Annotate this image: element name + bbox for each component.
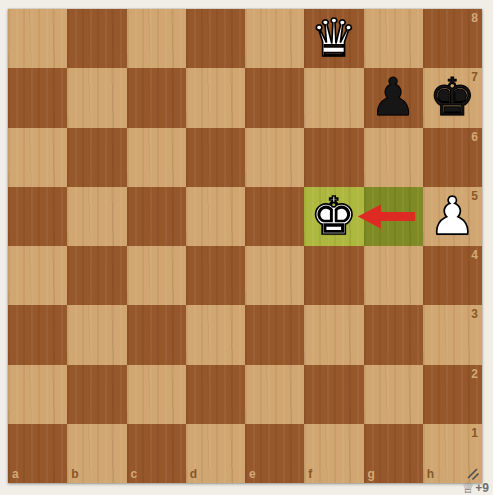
square-e1[interactable]: e xyxy=(245,424,304,483)
square-c5[interactable] xyxy=(127,187,186,246)
captured-queen-icon: ♕ xyxy=(462,481,475,495)
black-pawn-piece[interactable]: ♟ xyxy=(370,68,417,127)
board-resize-handle-icon[interactable] xyxy=(466,467,480,481)
square-c7[interactable] xyxy=(127,68,186,127)
square-f6[interactable] xyxy=(304,128,363,187)
rank-label-8: 8 xyxy=(471,11,478,25)
square-d3[interactable] xyxy=(186,305,245,364)
square-g3[interactable] xyxy=(364,305,423,364)
square-d8[interactable] xyxy=(186,9,245,68)
square-d4[interactable] xyxy=(186,246,245,305)
file-label-b: b xyxy=(71,467,78,481)
square-a3[interactable] xyxy=(8,305,67,364)
square-h7[interactable]: ♚7 xyxy=(423,68,482,127)
rank-label-6: 6 xyxy=(471,130,478,144)
square-c3[interactable] xyxy=(127,305,186,364)
file-label-d: d xyxy=(190,467,197,481)
square-c2[interactable] xyxy=(127,365,186,424)
file-label-g: g xyxy=(368,467,375,481)
square-f2[interactable] xyxy=(304,365,363,424)
square-c4[interactable] xyxy=(127,246,186,305)
square-f5[interactable]: ♚ xyxy=(304,187,363,246)
file-label-e: e xyxy=(249,467,256,481)
square-d6[interactable] xyxy=(186,128,245,187)
rank-label-2: 2 xyxy=(471,367,478,381)
square-d1[interactable]: d xyxy=(186,424,245,483)
square-e6[interactable] xyxy=(245,128,304,187)
square-e8[interactable] xyxy=(245,9,304,68)
square-b1[interactable]: b xyxy=(67,424,126,483)
square-h8[interactable]: 8 xyxy=(423,9,482,68)
square-c8[interactable] xyxy=(127,9,186,68)
square-h1[interactable]: h1 xyxy=(423,424,482,483)
square-e2[interactable] xyxy=(245,365,304,424)
square-h6[interactable]: 6 xyxy=(423,128,482,187)
file-label-c: c xyxy=(131,467,138,481)
square-b3[interactable] xyxy=(67,305,126,364)
square-b6[interactable] xyxy=(67,128,126,187)
square-d7[interactable] xyxy=(186,68,245,127)
square-a2[interactable] xyxy=(8,365,67,424)
square-e4[interactable] xyxy=(245,246,304,305)
material-advantage: +9 xyxy=(475,481,489,495)
file-label-a: a xyxy=(12,467,19,481)
square-f8[interactable]: ♛ xyxy=(304,9,363,68)
square-h2[interactable]: 2 xyxy=(423,365,482,424)
square-b4[interactable] xyxy=(67,246,126,305)
square-b7[interactable] xyxy=(67,68,126,127)
square-e7[interactable] xyxy=(245,68,304,127)
square-g5[interactable] xyxy=(364,187,423,246)
square-h4[interactable]: 4 xyxy=(423,246,482,305)
square-b5[interactable] xyxy=(67,187,126,246)
square-f7[interactable] xyxy=(304,68,363,127)
square-h5[interactable]: ♟5 xyxy=(423,187,482,246)
square-b8[interactable] xyxy=(67,9,126,68)
square-c1[interactable]: c xyxy=(127,424,186,483)
square-e3[interactable] xyxy=(245,305,304,364)
square-g6[interactable] xyxy=(364,128,423,187)
rank-label-1: 1 xyxy=(471,426,478,440)
square-c6[interactable] xyxy=(127,128,186,187)
square-a5[interactable] xyxy=(8,187,67,246)
square-d2[interactable] xyxy=(186,365,245,424)
square-a7[interactable] xyxy=(8,68,67,127)
rank-label-5: 5 xyxy=(471,189,478,203)
file-label-f: f xyxy=(308,467,312,481)
square-a6[interactable] xyxy=(8,128,67,187)
square-f4[interactable] xyxy=(304,246,363,305)
square-h3[interactable]: 3 xyxy=(423,305,482,364)
rank-label-7: 7 xyxy=(471,70,478,84)
square-g8[interactable] xyxy=(364,9,423,68)
square-f1[interactable]: f xyxy=(304,424,363,483)
square-g7[interactable]: ♟ xyxy=(364,68,423,127)
square-g4[interactable] xyxy=(364,246,423,305)
square-a8[interactable] xyxy=(8,9,67,68)
file-label-h: h xyxy=(427,467,434,481)
white-queen-piece[interactable]: ♛ xyxy=(311,9,358,68)
square-g1[interactable]: g xyxy=(364,424,423,483)
square-d5[interactable] xyxy=(186,187,245,246)
square-g2[interactable] xyxy=(364,365,423,424)
material-indicator: ♕ +9 xyxy=(462,481,489,495)
white-pawn-piece[interactable]: ♟ xyxy=(429,187,476,246)
square-e5[interactable] xyxy=(245,187,304,246)
square-a4[interactable] xyxy=(8,246,67,305)
square-f3[interactable] xyxy=(304,305,363,364)
rank-label-3: 3 xyxy=(471,307,478,321)
rank-label-4: 4 xyxy=(471,248,478,262)
square-b2[interactable] xyxy=(67,365,126,424)
white-king-piece[interactable]: ♚ xyxy=(311,187,358,246)
square-a1[interactable]: a xyxy=(8,424,67,483)
black-king-piece[interactable]: ♚ xyxy=(429,68,476,127)
chess-board[interactable]: ♛8♟♚76♚♟5432abcdefgh1 xyxy=(8,9,482,483)
